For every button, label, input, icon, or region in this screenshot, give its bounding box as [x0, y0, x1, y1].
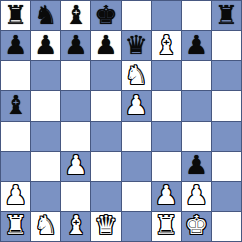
- square-g7[interactable]: ♟: [182, 31, 211, 60]
- square-d4[interactable]: [91, 122, 120, 151]
- piece-white-bishop[interactable]: ♝: [155, 32, 178, 58]
- square-d1[interactable]: ♛: [91, 212, 120, 241]
- square-a4[interactable]: [1, 122, 30, 151]
- piece-white-pawn[interactable]: ♟: [4, 182, 27, 208]
- square-f4[interactable]: [152, 122, 181, 151]
- piece-black-pawn[interactable]: ♟: [4, 32, 27, 58]
- square-h6[interactable]: [212, 61, 241, 90]
- square-g6[interactable]: [182, 61, 211, 90]
- square-b2[interactable]: [31, 182, 60, 211]
- piece-black-pawn[interactable]: ♟: [64, 32, 87, 58]
- piece-white-pawn[interactable]: ♟: [185, 182, 208, 208]
- square-b7[interactable]: ♟: [31, 31, 60, 60]
- square-e2[interactable]: [122, 182, 151, 211]
- square-b8[interactable]: ♞: [31, 1, 60, 30]
- square-a7[interactable]: ♟: [1, 31, 30, 60]
- piece-black-rook[interactable]: ♜: [4, 2, 27, 28]
- square-e7[interactable]: ♛: [122, 31, 151, 60]
- square-e3[interactable]: [122, 152, 151, 181]
- square-g1[interactable]: ♚: [182, 212, 211, 241]
- piece-black-bishop[interactable]: ♝: [64, 2, 87, 28]
- square-f8[interactable]: [152, 1, 181, 30]
- square-c6[interactable]: [61, 61, 90, 90]
- piece-white-king[interactable]: ♚: [185, 212, 208, 238]
- square-d3[interactable]: [91, 152, 120, 181]
- square-h8[interactable]: ♜: [212, 1, 241, 30]
- square-h5[interactable]: [212, 91, 241, 120]
- square-a1[interactable]: ♜: [1, 212, 30, 241]
- piece-white-rook[interactable]: ♜: [155, 212, 178, 238]
- square-a2[interactable]: ♟: [1, 182, 30, 211]
- square-h2[interactable]: [212, 182, 241, 211]
- piece-black-king[interactable]: ♚: [94, 2, 117, 28]
- square-a3[interactable]: [1, 152, 30, 181]
- square-f2[interactable]: ♟: [152, 182, 181, 211]
- square-d8[interactable]: ♚: [91, 1, 120, 30]
- square-g4[interactable]: [182, 122, 211, 151]
- square-g2[interactable]: ♟: [182, 182, 211, 211]
- square-h1[interactable]: [212, 212, 241, 241]
- square-h4[interactable]: [212, 122, 241, 151]
- square-b5[interactable]: [31, 91, 60, 120]
- piece-white-knight[interactable]: ♞: [34, 212, 57, 238]
- piece-black-pawn[interactable]: ♟: [94, 32, 117, 58]
- piece-white-rook[interactable]: ♜: [4, 212, 27, 238]
- square-g8[interactable]: [182, 1, 211, 30]
- piece-white-pawn[interactable]: ♟: [64, 152, 87, 178]
- piece-black-knight[interactable]: ♞: [34, 2, 57, 28]
- square-b4[interactable]: [31, 122, 60, 151]
- square-g3[interactable]: ♟: [182, 152, 211, 181]
- square-e4[interactable]: [122, 122, 151, 151]
- square-a5[interactable]: ♝: [1, 91, 30, 120]
- square-d2[interactable]: [91, 182, 120, 211]
- square-b6[interactable]: [31, 61, 60, 90]
- square-c7[interactable]: ♟: [61, 31, 90, 60]
- piece-black-pawn[interactable]: ♟: [34, 32, 57, 58]
- square-c2[interactable]: [61, 182, 90, 211]
- square-f1[interactable]: ♜: [152, 212, 181, 241]
- square-g5[interactable]: [182, 91, 211, 120]
- square-d6[interactable]: [91, 61, 120, 90]
- chess-board: ♜♞♝♚♜♟♟♟♟♛♝♟♞♝♟♟♟♟♟♟♜♞♝♛♜♚: [0, 0, 242, 242]
- square-b3[interactable]: [31, 152, 60, 181]
- square-c3[interactable]: ♟: [61, 152, 90, 181]
- square-c5[interactable]: [61, 91, 90, 120]
- piece-black-queen[interactable]: ♛: [124, 32, 147, 58]
- piece-black-rook[interactable]: ♜: [215, 2, 238, 28]
- piece-white-bishop[interactable]: ♝: [64, 212, 87, 238]
- square-h3[interactable]: [212, 152, 241, 181]
- square-c1[interactable]: ♝: [61, 212, 90, 241]
- square-f7[interactable]: ♝: [152, 31, 181, 60]
- square-f6[interactable]: [152, 61, 181, 90]
- square-d7[interactable]: ♟: [91, 31, 120, 60]
- square-f5[interactable]: [152, 91, 181, 120]
- piece-white-knight[interactable]: ♞: [124, 62, 147, 88]
- piece-white-pawn[interactable]: ♟: [124, 92, 147, 118]
- piece-white-queen[interactable]: ♛: [94, 212, 117, 238]
- square-f3[interactable]: [152, 152, 181, 181]
- square-b1[interactable]: ♞: [31, 212, 60, 241]
- square-e6[interactable]: ♞: [122, 61, 151, 90]
- square-a6[interactable]: [1, 61, 30, 90]
- piece-white-pawn[interactable]: ♟: [155, 182, 178, 208]
- square-h7[interactable]: [212, 31, 241, 60]
- square-e5[interactable]: ♟: [122, 91, 151, 120]
- piece-black-bishop[interactable]: ♝: [4, 92, 27, 118]
- square-e1[interactable]: [122, 212, 151, 241]
- piece-black-pawn[interactable]: ♟: [185, 32, 208, 58]
- square-c4[interactable]: [61, 122, 90, 151]
- square-e8[interactable]: [122, 1, 151, 30]
- square-d5[interactable]: [91, 91, 120, 120]
- square-c8[interactable]: ♝: [61, 1, 90, 30]
- square-a8[interactable]: ♜: [1, 1, 30, 30]
- piece-black-pawn[interactable]: ♟: [185, 152, 208, 178]
